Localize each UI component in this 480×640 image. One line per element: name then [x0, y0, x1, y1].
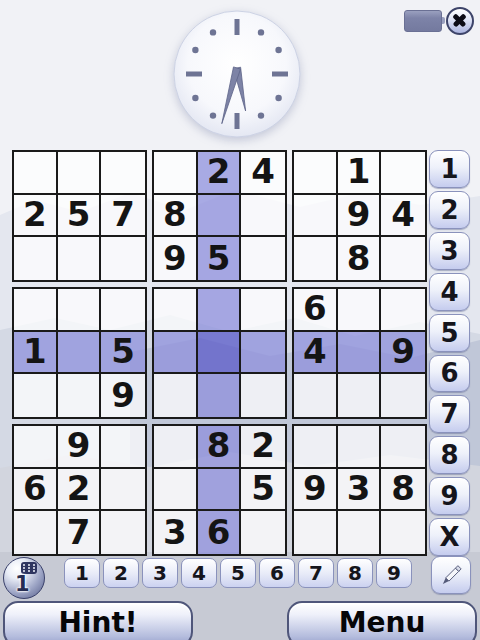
cell-r8c7[interactable]: 9: [294, 469, 338, 512]
digit-select-button-9[interactable]: 9: [376, 558, 412, 588]
cell-r4c9[interactable]: [381, 289, 425, 332]
sudoku-box-4: 159: [12, 287, 147, 419]
cell-r6c6[interactable]: [241, 374, 285, 417]
cell-r3c3[interactable]: [101, 237, 145, 280]
pencil-mode-button[interactable]: [431, 556, 471, 594]
close-button[interactable]: [446, 7, 474, 35]
cell-r9c3[interactable]: [101, 511, 145, 554]
cell-r1c2[interactable]: [58, 152, 102, 195]
palette-button-7[interactable]: 7: [429, 395, 470, 433]
cell-r1c3[interactable]: [101, 152, 145, 195]
cell-digit: 1: [347, 154, 371, 188]
cell-digit: 9: [111, 378, 135, 412]
digit-select-button-7[interactable]: 7: [298, 558, 334, 588]
cell-digit: 5: [67, 197, 91, 231]
cell-digit: 4: [251, 154, 275, 188]
cell-digit: 3: [347, 471, 371, 505]
sudoku-app-screen: 257248951948159649962782536938 123456789…: [0, 0, 480, 640]
cell-r6c2[interactable]: [58, 374, 102, 417]
cell-r2c7[interactable]: [294, 195, 338, 238]
cell-r7c1[interactable]: [14, 426, 58, 469]
cell-r4c6[interactable]: [241, 289, 285, 332]
cell-r7c8[interactable]: [338, 426, 382, 469]
sudoku-box-7: 9627: [12, 424, 147, 556]
cell-r3c5[interactable]: 5: [198, 237, 242, 280]
menu-button-label: Menu: [339, 606, 426, 639]
palette-button-2[interactable]: 2: [429, 191, 470, 229]
cell-r7c7[interactable]: [294, 426, 338, 469]
cell-r7c3[interactable]: [101, 426, 145, 469]
cell-r4c8[interactable]: [338, 289, 382, 332]
cell-r2c4[interactable]: 8: [154, 195, 198, 238]
cell-digit: 4: [303, 334, 327, 368]
cell-digit: 8: [391, 471, 415, 505]
cell-digit: 6: [303, 291, 327, 325]
cell-digit: 1: [23, 334, 47, 368]
digit-counter-sphere[interactable]: 1: [3, 557, 45, 599]
cell-digit: 7: [67, 515, 91, 549]
cell-r9c1[interactable]: [14, 511, 58, 554]
cell-digit: 8: [163, 197, 187, 231]
cell-digit: 5: [251, 471, 275, 505]
sudoku-box-1: 257: [12, 150, 147, 282]
palette-button-5[interactable]: 5: [429, 314, 470, 352]
cell-digit: 9: [163, 241, 187, 275]
cell-r1c8[interactable]: 1: [338, 152, 382, 195]
cell-r9c2[interactable]: 7: [58, 511, 102, 554]
cell-digit: 6: [23, 471, 47, 505]
cell-r1c4[interactable]: [154, 152, 198, 195]
cell-r9c8[interactable]: [338, 511, 382, 554]
cell-digit: 3: [163, 515, 187, 549]
digit-palette-panel: 123456789X: [429, 150, 470, 556]
cell-r5c2[interactable]: [58, 332, 102, 375]
cell-r6c4[interactable]: [154, 374, 198, 417]
cell-digit: 9: [67, 428, 91, 462]
cell-r9c9[interactable]: [381, 511, 425, 554]
digit-select-button-6[interactable]: 6: [259, 558, 295, 588]
cell-r5c7[interactable]: 4: [294, 332, 338, 375]
palette-button-3[interactable]: 3: [429, 232, 470, 270]
palette-button-6[interactable]: 6: [429, 355, 470, 393]
cell-r6c8[interactable]: [338, 374, 382, 417]
cell-digit: 2: [67, 471, 91, 505]
cell-digit: 4: [391, 197, 415, 231]
cell-r1c1[interactable]: [14, 152, 58, 195]
battery-icon: [404, 10, 442, 32]
cell-r5c3[interactable]: 5: [101, 332, 145, 375]
sudoku-box-6: 649: [292, 287, 427, 419]
cell-digit: 2: [207, 154, 231, 188]
digit-counter-value: 1: [15, 574, 30, 595]
cell-digit: 5: [111, 334, 135, 368]
cell-r2c1[interactable]: 2: [14, 195, 58, 238]
cell-r6c9[interactable]: [381, 374, 425, 417]
cell-r7c6[interactable]: 2: [241, 426, 285, 469]
clock-tick-9: [186, 72, 202, 77]
cell-r5c1[interactable]: 1: [14, 332, 58, 375]
digit-select-row: 123456789: [64, 558, 412, 588]
cell-r1c9[interactable]: [381, 152, 425, 195]
cell-r4c5[interactable]: [198, 289, 242, 332]
digit-select-button-8[interactable]: 8: [337, 558, 373, 588]
cell-r6c5[interactable]: [198, 374, 242, 417]
cell-r6c7[interactable]: [294, 374, 338, 417]
cell-digit: 9: [303, 471, 327, 505]
cell-r3c2[interactable]: [58, 237, 102, 280]
cell-r9c5[interactable]: 6: [198, 511, 242, 554]
cell-digit: 8: [347, 241, 371, 275]
cell-r3c1[interactable]: [14, 237, 58, 280]
analog-clock: [171, 7, 303, 139]
cell-r8c2[interactable]: 2: [58, 469, 102, 512]
cell-r5c6[interactable]: [241, 332, 285, 375]
cell-r8c6[interactable]: 5: [241, 469, 285, 512]
pencil-icon: [438, 562, 464, 588]
cell-r8c5[interactable]: [198, 469, 242, 512]
cell-r9c7[interactable]: [294, 511, 338, 554]
sudoku-box-3: 1948: [292, 150, 427, 282]
cell-r8c8[interactable]: 3: [338, 469, 382, 512]
cell-r5c4[interactable]: [154, 332, 198, 375]
cell-r5c9[interactable]: 9: [381, 332, 425, 375]
cell-r4c3[interactable]: [101, 289, 145, 332]
erase-button[interactable]: X: [429, 518, 470, 556]
cell-r3c7[interactable]: [294, 237, 338, 280]
digit-select-button-4[interactable]: 4: [181, 558, 217, 588]
cell-r4c2[interactable]: [58, 289, 102, 332]
cell-r6c1[interactable]: [14, 374, 58, 417]
cell-r2c8[interactable]: 9: [338, 195, 382, 238]
cell-r6c3[interactable]: 9: [101, 374, 145, 417]
sudoku-board: 257248951948159649962782536938: [12, 150, 427, 556]
digit-select-button-1[interactable]: 1: [64, 558, 100, 588]
cell-r4c1[interactable]: [14, 289, 58, 332]
sudoku-box-5: [152, 287, 287, 419]
cell-r1c7[interactable]: [294, 152, 338, 195]
sudoku-box-2: 24895: [152, 150, 287, 282]
cell-digit: 5: [207, 241, 231, 275]
palette-button-9[interactable]: 9: [429, 477, 470, 515]
cell-r3c9[interactable]: [381, 237, 425, 280]
menu-button[interactable]: Menu: [287, 601, 477, 640]
clock-tick-3: [272, 72, 288, 77]
cell-r3c4[interactable]: 9: [154, 237, 198, 280]
cell-digit: 8: [207, 428, 231, 462]
cell-r1c6[interactable]: 4: [241, 152, 285, 195]
cell-digit: 9: [347, 197, 371, 231]
cell-r8c3[interactable]: [101, 469, 145, 512]
cell-r8c9[interactable]: 8: [381, 469, 425, 512]
cell-r9c6[interactable]: [241, 511, 285, 554]
cell-r7c4[interactable]: [154, 426, 198, 469]
digit-select-button-5[interactable]: 5: [220, 558, 256, 588]
palette-button-4[interactable]: 4: [429, 273, 470, 311]
cell-r7c2[interactable]: 9: [58, 426, 102, 469]
cell-r2c9[interactable]: 4: [381, 195, 425, 238]
hint-button[interactable]: Hint!: [3, 601, 193, 640]
digit-select-button-2[interactable]: 2: [103, 558, 139, 588]
cell-digit: 6: [207, 515, 231, 549]
cell-r4c4[interactable]: [154, 289, 198, 332]
cell-r2c6[interactable]: [241, 195, 285, 238]
cell-r9c4[interactable]: 3: [154, 511, 198, 554]
palette-button-8[interactable]: 8: [429, 436, 470, 474]
clock-tick-6: [235, 113, 240, 129]
cell-r3c8[interactable]: 8: [338, 237, 382, 280]
clock-tick-12: [235, 19, 240, 35]
cell-r8c1[interactable]: 6: [14, 469, 58, 512]
cell-r5c8[interactable]: [338, 332, 382, 375]
cell-r7c5[interactable]: 8: [198, 426, 242, 469]
cell-r2c2[interactable]: 5: [58, 195, 102, 238]
cell-r1c5[interactable]: 2: [198, 152, 242, 195]
cell-r2c5[interactable]: [198, 195, 242, 238]
cell-r3c6[interactable]: [241, 237, 285, 280]
cell-digit: 9: [391, 334, 415, 368]
hint-button-label: Hint!: [58, 606, 137, 639]
cell-digit: 2: [251, 428, 275, 462]
digit-select-button-3[interactable]: 3: [142, 558, 178, 588]
sudoku-box-9: 938: [292, 424, 427, 556]
cell-r2c3[interactable]: 7: [101, 195, 145, 238]
cell-r5c5[interactable]: [198, 332, 242, 375]
cell-r8c4[interactable]: [154, 469, 198, 512]
cell-digit: 7: [111, 197, 135, 231]
palette-button-1[interactable]: 1: [429, 150, 470, 188]
cell-digit: 2: [23, 197, 47, 231]
cell-r4c7[interactable]: 6: [294, 289, 338, 332]
sudoku-box-8: 82536: [152, 424, 287, 556]
cell-r7c9[interactable]: [381, 426, 425, 469]
